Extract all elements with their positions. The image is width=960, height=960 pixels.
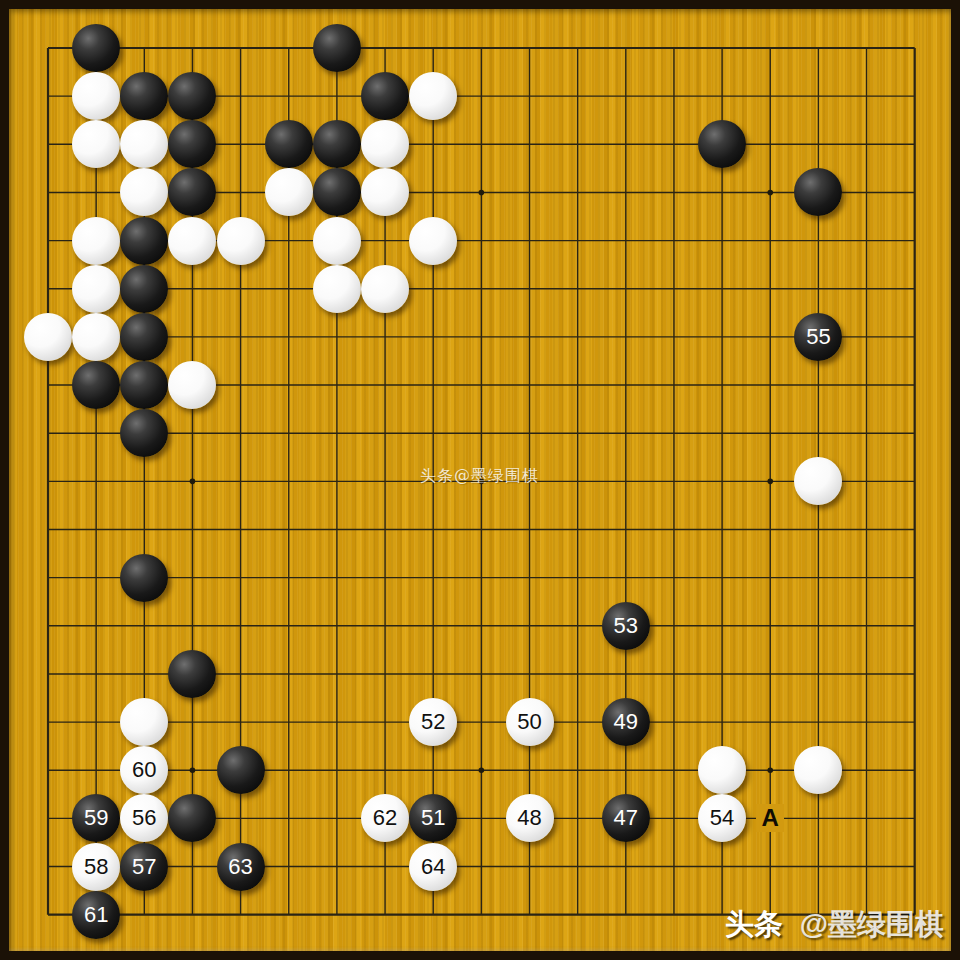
white-stone xyxy=(217,217,265,265)
white-stone: 48 xyxy=(506,794,554,842)
move-number: 64 xyxy=(421,856,445,878)
watermark-center: 头条@墨绿围棋 xyxy=(420,466,539,487)
move-number: 49 xyxy=(614,711,638,733)
black-stone: 53 xyxy=(602,602,650,650)
white-stone xyxy=(72,217,120,265)
white-stone: 64 xyxy=(409,843,457,891)
black-stone: 61 xyxy=(72,891,120,939)
move-number: 55 xyxy=(806,326,830,348)
white-stone xyxy=(24,313,72,361)
watermark-bottom-handle: @墨绿围棋 xyxy=(800,908,944,940)
black-stone xyxy=(217,746,265,794)
black-stone xyxy=(120,361,168,409)
white-stone xyxy=(313,265,361,313)
watermark-bottom-brand: 头条 xyxy=(725,908,783,940)
move-number: 51 xyxy=(421,807,445,829)
black-stone xyxy=(120,217,168,265)
move-number: 54 xyxy=(710,807,734,829)
move-number: 63 xyxy=(228,856,252,878)
move-number: 52 xyxy=(421,711,445,733)
move-number: 60 xyxy=(132,759,156,781)
white-stone xyxy=(361,120,409,168)
black-stone xyxy=(313,168,361,216)
black-stone xyxy=(265,120,313,168)
black-stone xyxy=(313,120,361,168)
white-stone xyxy=(698,746,746,794)
white-stone xyxy=(72,313,120,361)
go-board: 头条@墨绿围棋 头条 @墨绿围棋 55535250496059566251484… xyxy=(0,0,960,960)
black-stone: 55 xyxy=(794,313,842,361)
black-stone: 47 xyxy=(602,794,650,842)
white-stone: 50 xyxy=(506,698,554,746)
point-marker-A: A xyxy=(756,804,784,832)
white-stone xyxy=(409,217,457,265)
move-number: 62 xyxy=(373,807,397,829)
white-stone xyxy=(313,217,361,265)
move-number: 57 xyxy=(132,856,156,878)
black-stone: 63 xyxy=(217,843,265,891)
black-stone xyxy=(361,72,409,120)
black-stone xyxy=(72,361,120,409)
black-stone: 49 xyxy=(602,698,650,746)
move-number: 61 xyxy=(84,904,108,926)
black-stone xyxy=(72,24,120,72)
black-stone xyxy=(120,265,168,313)
black-stone xyxy=(120,313,168,361)
white-stone xyxy=(265,168,313,216)
white-stone: 52 xyxy=(409,698,457,746)
move-number: 50 xyxy=(517,711,541,733)
black-stone: 57 xyxy=(120,843,168,891)
white-stone xyxy=(72,72,120,120)
move-number: 47 xyxy=(614,807,638,829)
go-diagram: 头条@墨绿围棋 头条 @墨绿围棋 55535250496059566251484… xyxy=(0,0,960,960)
move-number: 53 xyxy=(614,615,638,637)
white-stone xyxy=(361,265,409,313)
move-number: 58 xyxy=(84,856,108,878)
white-stone xyxy=(409,72,457,120)
move-number: 56 xyxy=(132,807,156,829)
move-number: 59 xyxy=(84,807,108,829)
white-stone: 58 xyxy=(72,843,120,891)
white-stone xyxy=(72,265,120,313)
white-stone xyxy=(168,217,216,265)
move-number: 48 xyxy=(517,807,541,829)
watermark-bottom: 头条 @墨绿围棋 xyxy=(725,905,944,945)
black-stone xyxy=(120,554,168,602)
black-stone xyxy=(313,24,361,72)
